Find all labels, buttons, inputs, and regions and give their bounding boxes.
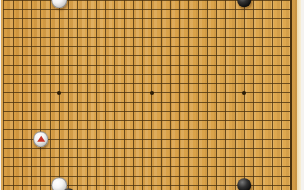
- grid-line-horizontal: [3, 92, 291, 93]
- grid-line-horizontal: [3, 111, 291, 112]
- grid-line-horizontal: [3, 120, 291, 121]
- black-stone: [238, 0, 252, 7]
- star-point: [57, 91, 61, 95]
- grid-line-horizontal: [3, 102, 291, 103]
- grid-line-horizontal: [3, 28, 291, 29]
- white-stone: [52, 0, 68, 8]
- grid-line-horizontal: [3, 176, 291, 177]
- star-point: [242, 91, 246, 95]
- grid-line-horizontal: [3, 148, 291, 149]
- white-stone: [33, 131, 49, 147]
- grid-line-horizontal: [3, 74, 291, 75]
- grid-line-horizontal: [3, 46, 291, 47]
- grid-line-horizontal: [3, 18, 291, 19]
- star-point: [150, 91, 154, 95]
- grid-line-horizontal: [3, 157, 291, 158]
- grid-line-horizontal: [3, 166, 291, 167]
- grid-line-horizontal: [3, 65, 291, 66]
- grid-line-horizontal: [3, 37, 291, 38]
- grid-line-horizontal: [3, 83, 291, 84]
- go-app-screen: [0, 0, 304, 190]
- grid-line-horizontal: [3, 55, 291, 56]
- grid-line-horizontal: [3, 129, 291, 130]
- black-stone: [238, 179, 252, 190]
- board-grid: [0, 0, 304, 190]
- last-move-triangle-marker: [37, 136, 45, 142]
- grid-line-horizontal: [3, 9, 291, 10]
- black-stone: [62, 188, 76, 190]
